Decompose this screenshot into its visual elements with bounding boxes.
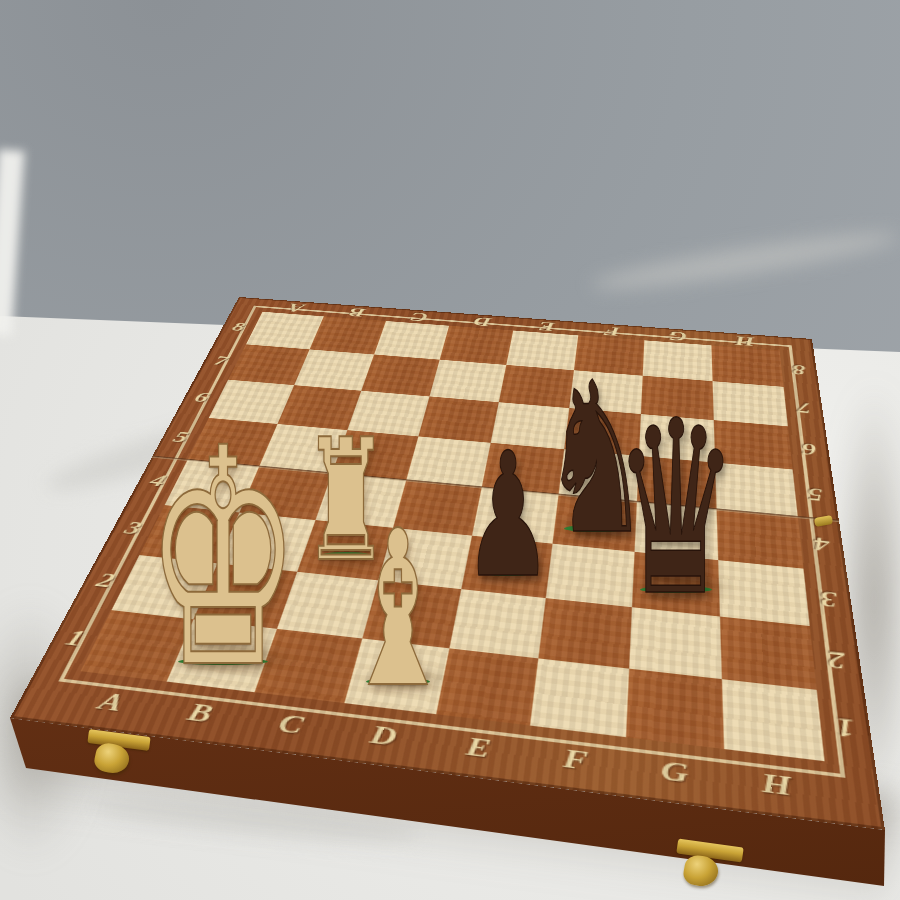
rank-label-8-left: 8: [230, 319, 249, 334]
square-h6: [714, 420, 793, 469]
square-g7: [641, 376, 714, 420]
square-d6: [418, 396, 498, 442]
square-f4: [553, 494, 637, 552]
square-e4: [472, 487, 559, 544]
square-c3: [297, 520, 393, 580]
file-label-d-bottom: D: [367, 718, 400, 751]
file-label-b-bottom: B: [183, 696, 217, 728]
file-label-g-top: G: [669, 328, 687, 344]
scene: AABBCCDDEEFFGGHH1122334455667788 ♚♜♝♟♞♛: [0, 0, 900, 900]
square-h1: [722, 679, 825, 761]
square-h3: [718, 560, 810, 626]
rank-label-7-right: 7: [796, 399, 812, 417]
square-g8: [643, 340, 713, 381]
square-e5: [482, 443, 564, 494]
rank-label-2-left: 2: [92, 568, 119, 593]
rank-label-7-left: 7: [211, 353, 231, 369]
square-d2: [362, 580, 461, 648]
file-label-f-bottom: F: [562, 742, 589, 777]
file-label-a-bottom: A: [94, 686, 129, 717]
file-label-e-bottom: E: [464, 730, 493, 764]
square-f7: [569, 370, 642, 414]
file-label-g-bottom: G: [661, 754, 689, 790]
rank-label-3-left: 3: [121, 516, 146, 538]
file-label-h-top: H: [735, 333, 756, 349]
rank-label-2-right: 2: [826, 645, 847, 674]
square-h7: [713, 381, 788, 426]
rank-label-1-right: 1: [834, 711, 856, 743]
file-label-b-top: B: [347, 305, 368, 319]
file-label-c-bottom: C: [275, 707, 307, 740]
square-g5: [637, 456, 717, 509]
square-e3: [461, 536, 552, 598]
rank-label-5-right: 5: [806, 484, 824, 505]
square-d5: [406, 436, 490, 487]
square-g1: [626, 669, 724, 749]
square-c6: [347, 391, 429, 437]
file-label-f-top: F: [603, 324, 621, 339]
square-h4: [717, 509, 804, 569]
square-d8: [440, 326, 514, 365]
square-g4: [635, 502, 719, 561]
square-c5: [332, 430, 418, 480]
square-f8: [574, 335, 644, 375]
rank-label-6-right: 6: [801, 439, 818, 458]
square-d1: [344, 638, 449, 714]
rank-label-4-right: 4: [812, 532, 831, 556]
square-d3: [378, 528, 472, 589]
square-f5: [559, 449, 639, 501]
file-label-c-top: C: [409, 310, 429, 325]
square-e6: [491, 402, 570, 449]
square-d4: [393, 480, 482, 536]
rank-label-8-right: 8: [792, 361, 807, 377]
square-f1: [530, 658, 629, 737]
square-e2: [449, 589, 545, 658]
rank-label-4-left: 4: [146, 470, 170, 490]
square-c7: [361, 354, 439, 396]
rank-label-5-left: 5: [170, 427, 192, 446]
square-h8: [711, 345, 783, 386]
file-label-d-top: D: [472, 314, 492, 329]
square-e1: [436, 648, 538, 725]
square-e8: [506, 331, 578, 371]
square-f2: [538, 598, 632, 669]
square-g3: [632, 552, 720, 617]
square-f3: [546, 544, 635, 608]
rank-label-3-right: 3: [819, 586, 839, 612]
square-c4: [316, 473, 407, 528]
square-b8: [310, 316, 386, 354]
square-g2: [629, 607, 722, 679]
square-g6: [639, 414, 715, 463]
file-label-e-top: E: [537, 319, 555, 334]
square-d7: [429, 360, 506, 403]
file-label-a-top: A: [285, 301, 306, 315]
square-c8: [374, 321, 449, 360]
square-f6: [564, 408, 641, 456]
file-label-h-bottom: H: [760, 766, 792, 803]
square-e7: [499, 365, 574, 408]
square-h5: [715, 463, 798, 517]
rank-label-1-left: 1: [61, 624, 90, 651]
square-h2: [720, 617, 817, 690]
rank-label-6-left: 6: [191, 388, 212, 405]
square-b7: [294, 349, 374, 390]
